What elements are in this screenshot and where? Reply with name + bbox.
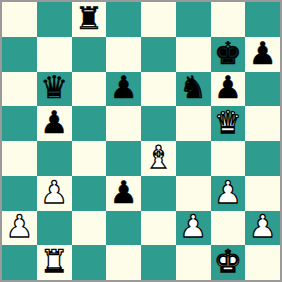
square-h8[interactable]: [245, 2, 280, 37]
square-g7[interactable]: ♚: [211, 37, 246, 72]
white-pawn-b3: ♟: [40, 177, 68, 208]
square-g8[interactable]: [211, 2, 246, 37]
white-pawn-g3: ♟: [214, 177, 242, 208]
black-pawn-d3: ♟: [110, 177, 138, 208]
white-pawn-h2: ♟: [249, 211, 277, 242]
chess-board-frame: ♜♚♟♛♟♞♟♟♛♝♟♟♟♟♟♟♜♚: [0, 0, 282, 282]
square-b4[interactable]: [37, 141, 72, 176]
square-e4[interactable]: ♝: [141, 141, 176, 176]
square-e3[interactable]: [141, 176, 176, 211]
black-king-g7: ♚: [214, 38, 242, 69]
square-e6[interactable]: [141, 72, 176, 107]
square-b7[interactable]: [37, 37, 72, 72]
white-rook-b1: ♜: [40, 246, 68, 277]
square-e8[interactable]: [141, 2, 176, 37]
square-b2[interactable]: [37, 211, 72, 246]
square-e7[interactable]: [141, 37, 176, 72]
square-f3[interactable]: [176, 176, 211, 211]
square-a2[interactable]: ♟: [2, 211, 37, 246]
square-a1[interactable]: [2, 245, 37, 280]
square-a3[interactable]: [2, 176, 37, 211]
square-g1[interactable]: ♚: [211, 245, 246, 280]
square-c2[interactable]: [72, 211, 107, 246]
black-pawn-b5: ♟: [40, 107, 68, 138]
square-a6[interactable]: [2, 72, 37, 107]
square-c5[interactable]: [72, 106, 107, 141]
square-a4[interactable]: [2, 141, 37, 176]
square-f1[interactable]: [176, 245, 211, 280]
square-d8[interactable]: [106, 2, 141, 37]
square-h1[interactable]: [245, 245, 280, 280]
square-h4[interactable]: [245, 141, 280, 176]
square-g4[interactable]: [211, 141, 246, 176]
black-knight-f6: ♞: [179, 72, 207, 103]
square-f8[interactable]: [176, 2, 211, 37]
square-c4[interactable]: [72, 141, 107, 176]
square-c1[interactable]: [72, 245, 107, 280]
square-d7[interactable]: [106, 37, 141, 72]
square-b5[interactable]: ♟: [37, 106, 72, 141]
white-bishop-e4: ♝: [144, 142, 172, 173]
square-h3[interactable]: [245, 176, 280, 211]
square-c7[interactable]: [72, 37, 107, 72]
square-e2[interactable]: [141, 211, 176, 246]
square-a5[interactable]: [2, 106, 37, 141]
square-g6[interactable]: ♟: [211, 72, 246, 107]
square-f5[interactable]: [176, 106, 211, 141]
square-f7[interactable]: [176, 37, 211, 72]
square-c6[interactable]: [72, 72, 107, 107]
white-pawn-a2: ♟: [5, 211, 33, 242]
square-e5[interactable]: [141, 106, 176, 141]
square-d6[interactable]: ♟: [106, 72, 141, 107]
square-b3[interactable]: ♟: [37, 176, 72, 211]
square-b8[interactable]: [37, 2, 72, 37]
square-e1[interactable]: [141, 245, 176, 280]
square-c3[interactable]: [72, 176, 107, 211]
square-h5[interactable]: [245, 106, 280, 141]
square-f6[interactable]: ♞: [176, 72, 211, 107]
square-d3[interactable]: ♟: [106, 176, 141, 211]
square-f4[interactable]: [176, 141, 211, 176]
square-h2[interactable]: ♟: [245, 211, 280, 246]
square-d1[interactable]: [106, 245, 141, 280]
square-g2[interactable]: [211, 211, 246, 246]
black-rook-c8: ♜: [75, 3, 103, 34]
square-h7[interactable]: ♟: [245, 37, 280, 72]
square-d2[interactable]: [106, 211, 141, 246]
square-d5[interactable]: [106, 106, 141, 141]
black-pawn-g6: ♟: [214, 72, 242, 103]
black-pawn-h7: ♟: [249, 38, 277, 69]
chess-board: ♜♚♟♛♟♞♟♟♛♝♟♟♟♟♟♟♜♚: [2, 2, 280, 280]
black-pawn-d6: ♟: [110, 72, 138, 103]
square-d4[interactable]: [106, 141, 141, 176]
white-queen-g5: ♛: [214, 107, 242, 138]
square-g3[interactable]: ♟: [211, 176, 246, 211]
square-g5[interactable]: ♛: [211, 106, 246, 141]
square-a7[interactable]: [2, 37, 37, 72]
white-king-g1: ♚: [214, 246, 242, 277]
white-pawn-f2: ♟: [179, 211, 207, 242]
square-a8[interactable]: [2, 2, 37, 37]
square-b1[interactable]: ♜: [37, 245, 72, 280]
square-c8[interactable]: ♜: [72, 2, 107, 37]
square-f2[interactable]: ♟: [176, 211, 211, 246]
square-b6[interactable]: ♛: [37, 72, 72, 107]
square-h6[interactable]: [245, 72, 280, 107]
black-queen-b6: ♛: [40, 72, 68, 103]
